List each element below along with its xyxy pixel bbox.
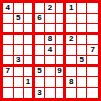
cell-r1c1[interactable]: 4 [3, 3, 14, 14]
cell-r2c4[interactable]: 6 [35, 14, 46, 25]
cell-r6c1[interactable] [3, 56, 14, 67]
cell-r6c8[interactable]: 5 [77, 56, 88, 67]
cell-r1c8[interactable] [77, 3, 88, 14]
cell-r9c8[interactable] [77, 88, 88, 99]
cell-r1c6[interactable] [56, 3, 67, 14]
cell-r6c4[interactable] [35, 56, 46, 67]
cell-r8c2[interactable] [14, 77, 25, 88]
cell-r7c7[interactable] [66, 67, 77, 78]
cell-r7c9[interactable] [87, 67, 98, 78]
cell-r3c3[interactable] [24, 24, 35, 35]
cell-r3c4[interactable] [35, 24, 46, 35]
cell-r2c3[interactable] [24, 14, 35, 25]
cell-r2c2[interactable]: 5 [14, 14, 25, 25]
cell-r3c9[interactable] [87, 24, 98, 35]
cell-r5c7[interactable] [66, 45, 77, 56]
cell-r6c2[interactable]: 3 [14, 56, 25, 67]
cell-r1c4[interactable] [35, 3, 46, 14]
cell-r3c2[interactable] [14, 24, 25, 35]
cell-r2c7[interactable] [66, 14, 77, 25]
cell-r8c7[interactable]: 8 [66, 77, 77, 88]
cell-r3c1[interactable] [3, 24, 14, 35]
cell-r6c5[interactable] [45, 56, 56, 67]
cell-r4c8[interactable] [77, 35, 88, 46]
cell-r9c7[interactable] [66, 88, 77, 99]
cell-r7c1[interactable]: 7 [3, 67, 14, 78]
cell-r8c9[interactable] [87, 77, 98, 88]
cell-r9c2[interactable] [14, 88, 25, 99]
cell-r4c7[interactable]: 2 [66, 35, 77, 46]
cell-r4c6[interactable] [56, 35, 67, 46]
cell-r2c6[interactable] [56, 14, 67, 25]
cell-r1c7[interactable]: 1 [66, 3, 77, 14]
cell-r4c3[interactable] [24, 35, 35, 46]
cell-r7c4[interactable]: 5 [35, 67, 46, 78]
cell-r8c1[interactable] [3, 77, 14, 88]
cell-r9c4[interactable]: 3 [35, 88, 46, 99]
cell-r1c3[interactable] [24, 3, 35, 14]
cell-r6c9[interactable] [87, 56, 98, 67]
cell-r4c5[interactable]: 8 [45, 35, 56, 46]
cell-r7c5[interactable] [45, 67, 56, 78]
sudoku-board: 42156824735759183 [0, 0, 101, 101]
cell-r7c3[interactable] [24, 67, 35, 78]
cell-r4c9[interactable] [87, 35, 98, 46]
cell-r8c4[interactable] [35, 77, 46, 88]
cell-r9c6[interactable] [56, 88, 67, 99]
cell-r9c9[interactable] [87, 88, 98, 99]
cell-r3c6[interactable] [56, 24, 67, 35]
cell-r9c5[interactable] [45, 88, 56, 99]
cell-r3c7[interactable] [66, 24, 77, 35]
cell-r1c9[interactable] [87, 3, 98, 14]
cell-r7c8[interactable] [77, 67, 88, 78]
cell-r9c1[interactable] [3, 88, 14, 99]
cell-r2c1[interactable] [3, 14, 14, 25]
cell-r4c4[interactable] [35, 35, 46, 46]
cell-r3c5[interactable] [45, 24, 56, 35]
cell-r2c8[interactable] [77, 14, 88, 25]
cell-r9c3[interactable] [24, 88, 35, 99]
cell-r4c2[interactable] [14, 35, 25, 46]
cell-r6c3[interactable] [24, 56, 35, 67]
cell-r5c6[interactable] [56, 45, 67, 56]
cell-r2c9[interactable] [87, 14, 98, 25]
cell-r4c1[interactable] [3, 35, 14, 46]
cell-r5c4[interactable] [35, 45, 46, 56]
cell-r5c9[interactable]: 7 [87, 45, 98, 56]
cell-r7c2[interactable] [14, 67, 25, 78]
cell-r6c7[interactable] [66, 56, 77, 67]
cell-r2c5[interactable] [45, 14, 56, 25]
cell-r5c5[interactable]: 4 [45, 45, 56, 56]
cell-r1c2[interactable] [14, 3, 25, 14]
cell-r5c8[interactable] [77, 45, 88, 56]
cell-r1c5[interactable]: 2 [45, 3, 56, 14]
cell-r7c6[interactable]: 9 [56, 67, 67, 78]
cell-r5c1[interactable] [3, 45, 14, 56]
cell-r5c3[interactable] [24, 45, 35, 56]
cell-r8c6[interactable] [56, 77, 67, 88]
cell-r5c2[interactable] [14, 45, 25, 56]
cell-r6c6[interactable] [56, 56, 67, 67]
cell-r3c8[interactable] [77, 24, 88, 35]
cell-r8c3[interactable]: 1 [24, 77, 35, 88]
cell-r8c8[interactable] [77, 77, 88, 88]
cell-r8c5[interactable] [45, 77, 56, 88]
